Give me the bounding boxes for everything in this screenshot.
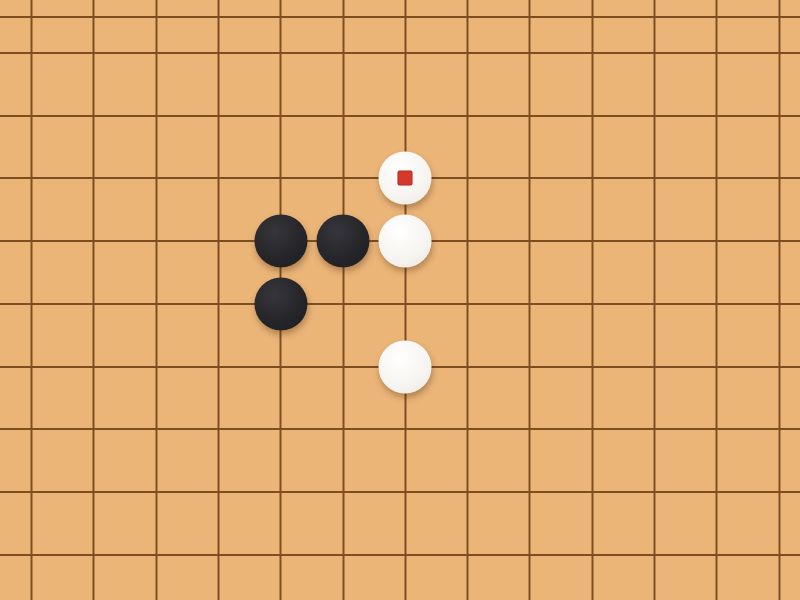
black-stone: [254, 277, 307, 330]
go-board[interactable]: [0, 0, 800, 600]
last-move-marker: [398, 171, 413, 186]
white-stone: [379, 152, 432, 205]
gomoku-board-screen: [0, 0, 800, 600]
black-stone: [317, 215, 370, 268]
white-stone: [379, 340, 432, 393]
black-stone: [254, 215, 307, 268]
white-stone: [379, 215, 432, 268]
